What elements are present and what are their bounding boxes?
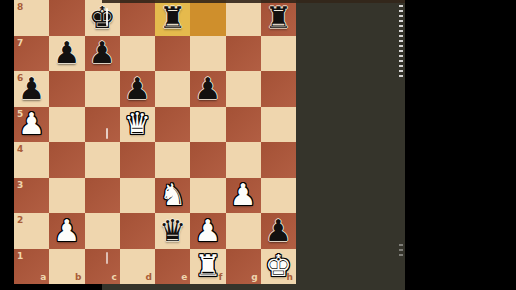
square-d4[interactable]	[120, 142, 155, 178]
rank-label-4: 4	[17, 145, 23, 154]
screenshot-stage: 8♚♜♜7♟♟6♟♟♟5♟♛43♞♟2♟♛♟♟1abcdef♜gh♚	[0, 0, 516, 290]
square-c6[interactable]	[85, 71, 120, 107]
square-c4[interactable]	[85, 142, 120, 178]
square-b8[interactable]	[49, 0, 84, 36]
square-e8[interactable]: ♜	[155, 0, 190, 36]
square-d2[interactable]	[120, 213, 155, 249]
square-d8[interactable]	[120, 0, 155, 36]
square-b1[interactable]: b	[49, 249, 84, 285]
square-f3[interactable]	[190, 178, 225, 214]
square-b5[interactable]	[49, 107, 84, 143]
square-b6[interactable]	[49, 71, 84, 107]
rank-label-1: 1	[17, 252, 23, 261]
piece-white-rook-f1[interactable]: ♜	[190, 249, 225, 285]
square-a4[interactable]: 4	[14, 142, 49, 178]
square-g4[interactable]	[226, 142, 261, 178]
square-c5[interactable]	[85, 107, 120, 143]
square-d6[interactable]: ♟	[120, 71, 155, 107]
square-g7[interactable]	[226, 36, 261, 72]
square-g6[interactable]	[226, 71, 261, 107]
file-label-d: d	[146, 273, 152, 282]
square-d1[interactable]: d	[120, 249, 155, 285]
piece-black-rook-h8[interactable]: ♜	[261, 0, 296, 36]
piece-white-king-h1[interactable]: ♚	[261, 249, 296, 285]
square-e6[interactable]	[155, 71, 190, 107]
square-h4[interactable]	[261, 142, 296, 178]
square-b4[interactable]	[49, 142, 84, 178]
square-a3[interactable]: 3	[14, 178, 49, 214]
square-f7[interactable]	[190, 36, 225, 72]
file-label-e: e	[181, 273, 187, 282]
square-f8[interactable]	[190, 0, 225, 36]
square-f5[interactable]	[190, 107, 225, 143]
square-e2[interactable]: ♛	[155, 213, 190, 249]
square-b3[interactable]	[49, 178, 84, 214]
file-label-c: c	[111, 273, 116, 282]
piece-black-pawn-a6[interactable]: ♟	[14, 71, 49, 107]
square-f2[interactable]: ♟	[190, 213, 225, 249]
square-h3[interactable]	[261, 178, 296, 214]
square-a5[interactable]: 5♟	[14, 107, 49, 143]
chess-board[interactable]: 8♚♜♜7♟♟6♟♟♟5♟♛43♞♟2♟♛♟♟1abcdef♜gh♚	[14, 0, 296, 284]
square-a2[interactable]: 2	[14, 213, 49, 249]
piece-white-queen-d5[interactable]: ♛	[120, 107, 155, 143]
left-edge-mark	[106, 128, 108, 139]
square-g5[interactable]	[226, 107, 261, 143]
square-c1[interactable]: c	[85, 249, 120, 285]
piece-black-rook-e8[interactable]: ♜	[155, 0, 190, 36]
square-h2[interactable]: ♟	[261, 213, 296, 249]
square-f6[interactable]: ♟	[190, 71, 225, 107]
square-h8[interactable]: ♜	[261, 0, 296, 36]
rank-label-2: 2	[17, 216, 23, 225]
square-e5[interactable]	[155, 107, 190, 143]
square-c2[interactable]	[85, 213, 120, 249]
square-a7[interactable]: 7	[14, 36, 49, 72]
square-h1[interactable]: h♚	[261, 249, 296, 285]
square-e1[interactable]: e	[155, 249, 190, 285]
square-f1[interactable]: f♜	[190, 249, 225, 285]
square-c3[interactable]	[85, 178, 120, 214]
square-g8[interactable]	[226, 0, 261, 36]
piece-white-knight-e3[interactable]: ♞	[155, 178, 190, 214]
square-e7[interactable]	[155, 36, 190, 72]
rank-label-3: 3	[17, 181, 23, 190]
piece-black-pawn-d6[interactable]: ♟	[120, 71, 155, 107]
square-a6[interactable]: 6♟	[14, 71, 49, 107]
piece-black-queen-e2[interactable]: ♛	[155, 213, 190, 249]
square-g2[interactable]	[226, 213, 261, 249]
file-label-g: g	[251, 273, 257, 282]
square-g1[interactable]: g	[226, 249, 261, 285]
file-label-a: a	[40, 273, 46, 282]
piece-black-pawn-f6[interactable]: ♟	[190, 71, 225, 107]
piece-white-pawn-b2[interactable]: ♟	[49, 213, 84, 249]
piece-white-pawn-f2[interactable]: ♟	[190, 213, 225, 249]
left-edge-mark	[106, 252, 108, 264]
square-c8[interactable]: ♚	[85, 0, 120, 36]
square-e3[interactable]: ♞	[155, 178, 190, 214]
square-a8[interactable]: 8	[14, 0, 49, 36]
square-d3[interactable]	[120, 178, 155, 214]
frame-watermark-text	[399, 244, 403, 258]
square-f4[interactable]	[190, 142, 225, 178]
square-h6[interactable]	[261, 71, 296, 107]
piece-black-pawn-b7[interactable]: ♟	[49, 36, 84, 72]
piece-white-pawn-g3[interactable]: ♟	[226, 178, 261, 214]
frame-watermark-text	[399, 5, 403, 77]
rank-label-7: 7	[17, 39, 23, 48]
square-h5[interactable]	[261, 107, 296, 143]
rank-label-8: 8	[17, 3, 23, 12]
left-edge-mark	[106, 8, 108, 26]
square-b2[interactable]: ♟	[49, 213, 84, 249]
file-label-b: b	[75, 273, 81, 282]
board-top-edge	[102, 0, 405, 3]
piece-black-pawn-c7[interactable]: ♟	[85, 36, 120, 72]
square-d7[interactable]	[120, 36, 155, 72]
square-h7[interactable]	[261, 36, 296, 72]
piece-black-pawn-h2[interactable]: ♟	[261, 213, 296, 249]
square-b7[interactable]: ♟	[49, 36, 84, 72]
piece-black-king-c8[interactable]: ♚	[85, 0, 120, 36]
square-d5[interactable]: ♛	[120, 107, 155, 143]
square-e4[interactable]	[155, 142, 190, 178]
square-c7[interactable]: ♟	[85, 36, 120, 72]
piece-white-pawn-a5[interactable]: ♟	[14, 107, 49, 143]
square-a1[interactable]: 1a	[14, 249, 49, 285]
square-g3[interactable]: ♟	[226, 178, 261, 214]
